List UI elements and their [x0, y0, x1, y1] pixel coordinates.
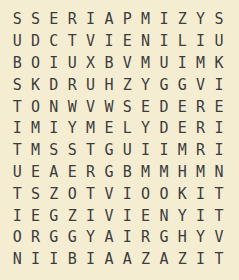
grid-cell[interactable]: I	[191, 183, 209, 205]
grid-cell[interactable]: U	[63, 53, 81, 75]
grid-cell[interactable]: U	[8, 162, 26, 184]
grid-cell[interactable]: Y	[81, 227, 99, 249]
grid-cell[interactable]: K	[210, 53, 228, 75]
grid-cell[interactable]: U	[118, 140, 136, 162]
grid-cell[interactable]: E	[118, 31, 136, 53]
grid-cell[interactable]: I	[191, 249, 209, 271]
grid-cell[interactable]: I	[45, 53, 63, 75]
grid-cell[interactable]: A	[100, 9, 118, 31]
grid-cell[interactable]: M	[191, 162, 209, 184]
grid-cell[interactable]: W	[63, 96, 81, 118]
grid-cell[interactable]: Z	[118, 74, 136, 96]
grid-cell[interactable]: V	[210, 227, 228, 249]
grid-cell[interactable]: O	[63, 183, 81, 205]
grid-cell[interactable]: Z	[173, 9, 191, 31]
grid-cell[interactable]: G	[45, 227, 63, 249]
grid-cell[interactable]: Y	[191, 227, 209, 249]
grid-cell[interactable]: I	[155, 31, 173, 53]
grid-cell[interactable]: V	[118, 53, 136, 75]
grid-cell[interactable]: M	[136, 9, 154, 31]
grid-cell[interactable]: G	[63, 227, 81, 249]
grid-cell[interactable]: R	[81, 162, 99, 184]
grid-cell[interactable]: Y	[136, 74, 154, 96]
grid-cell[interactable]: T	[8, 96, 26, 118]
grid-cell[interactable]: E	[26, 162, 44, 184]
grid-cell[interactable]: L	[118, 118, 136, 140]
grid-cell[interactable]: G	[100, 162, 118, 184]
grid-cell[interactable]: T	[210, 205, 228, 227]
grid-cell[interactable]: I	[118, 205, 136, 227]
grid-cell[interactable]: G	[173, 74, 191, 96]
grid-cell[interactable]: K	[173, 183, 191, 205]
grid-cell[interactable]: P	[118, 9, 136, 31]
grid-cell[interactable]: I	[45, 249, 63, 271]
grid-cell[interactable]: V	[100, 205, 118, 227]
grid-cell[interactable]: Y	[173, 205, 191, 227]
grid-cell[interactable]: U	[81, 74, 99, 96]
grid-cell[interactable]: O	[26, 96, 44, 118]
grid-cell[interactable]: I	[210, 74, 228, 96]
grid-cell[interactable]: V	[191, 74, 209, 96]
grid-cell[interactable]: S	[210, 9, 228, 31]
grid-cell[interactable]: N	[155, 205, 173, 227]
grid-cell[interactable]: H	[173, 162, 191, 184]
grid-cell[interactable]: T	[8, 183, 26, 205]
grid-cell[interactable]: M	[173, 140, 191, 162]
grid-cell[interactable]: R	[63, 9, 81, 31]
grid-cell[interactable]: M	[155, 162, 173, 184]
grid-cell[interactable]: M	[26, 118, 44, 140]
grid-cell[interactable]: M	[26, 140, 44, 162]
grid-cell[interactable]: R	[191, 118, 209, 140]
grid-cell[interactable]: S	[118, 96, 136, 118]
grid-cell[interactable]: N	[45, 96, 63, 118]
grid-cell[interactable]: A	[155, 249, 173, 271]
grid-cell[interactable]: C	[45, 31, 63, 53]
grid-cell[interactable]: A	[100, 249, 118, 271]
grid-cell[interactable]: Z	[136, 249, 154, 271]
grid-cell[interactable]: E	[63, 162, 81, 184]
grid-cell[interactable]: T	[63, 31, 81, 53]
grid-cell[interactable]: A	[118, 249, 136, 271]
grid-cell[interactable]: O	[8, 227, 26, 249]
grid-cell[interactable]: X	[81, 53, 99, 75]
grid-cell[interactable]: G	[155, 74, 173, 96]
grid-cell[interactable]: Y	[136, 118, 154, 140]
grid-cell[interactable]: T	[210, 183, 228, 205]
grid-cell[interactable]: S	[8, 9, 26, 31]
grid-cell[interactable]: O	[26, 53, 44, 75]
grid-cell[interactable]: T	[81, 140, 99, 162]
grid-cell[interactable]: H	[100, 74, 118, 96]
grid-cell[interactable]: D	[155, 118, 173, 140]
grid-cell[interactable]: Y	[191, 9, 209, 31]
grid-cell[interactable]: I	[173, 53, 191, 75]
grid-cell[interactable]: V	[81, 31, 99, 53]
grid-cell[interactable]: R	[26, 227, 44, 249]
grid-cell[interactable]: G	[155, 227, 173, 249]
grid-cell[interactable]: L	[173, 31, 191, 53]
grid-cell[interactable]: G	[100, 140, 118, 162]
grid-cell[interactable]: E	[210, 96, 228, 118]
grid-cell[interactable]: I	[81, 205, 99, 227]
grid-cell[interactable]: I	[191, 205, 209, 227]
grid-cell[interactable]: E	[45, 9, 63, 31]
grid-cell[interactable]: U	[210, 31, 228, 53]
grid-cell[interactable]: W	[100, 96, 118, 118]
grid-cell[interactable]: D	[26, 31, 44, 53]
grid-cell[interactable]: I	[100, 31, 118, 53]
grid-cell[interactable]: I	[210, 118, 228, 140]
grid-cell[interactable]: Z	[173, 249, 191, 271]
grid-cell[interactable]: M	[81, 118, 99, 140]
grid-cell[interactable]: G	[45, 205, 63, 227]
grid-cell[interactable]: O	[136, 183, 154, 205]
grid-cell[interactable]: S	[26, 183, 44, 205]
grid-cell[interactable]: V	[81, 96, 99, 118]
grid-cell[interactable]: M	[136, 53, 154, 75]
grid-cell[interactable]: E	[136, 96, 154, 118]
grid-cell[interactable]: E	[173, 118, 191, 140]
grid-cell[interactable]: Z	[45, 183, 63, 205]
grid-cell[interactable]: N	[8, 249, 26, 271]
grid-cell[interactable]: B	[100, 53, 118, 75]
grid-cell[interactable]: I	[45, 118, 63, 140]
grid-cell[interactable]: I	[118, 227, 136, 249]
grid-cell[interactable]: I	[81, 249, 99, 271]
grid-cell[interactable]: I	[81, 9, 99, 31]
grid-cell[interactable]: U	[155, 53, 173, 75]
grid-cell[interactable]: B	[118, 162, 136, 184]
grid-cell[interactable]: R	[63, 74, 81, 96]
grid-cell[interactable]: U	[8, 31, 26, 53]
word-search-grid: SSERIAPMIZYSUDCTVIENILIUBOIUXBVMUIMKSKDR…	[8, 9, 228, 271]
grid-cell[interactable]: D	[45, 74, 63, 96]
grid-cell[interactable]: I	[191, 31, 209, 53]
grid-cell[interactable]: I	[210, 140, 228, 162]
grid-cell[interactable]: N	[210, 162, 228, 184]
grid-cell[interactable]: M	[136, 162, 154, 184]
grid-cell[interactable]: E	[173, 96, 191, 118]
grid-cell[interactable]: R	[191, 96, 209, 118]
grid-cell[interactable]: O	[155, 183, 173, 205]
grid-cell[interactable]: I	[155, 140, 173, 162]
grid-cell[interactable]: K	[26, 74, 44, 96]
grid-cell[interactable]: E	[26, 205, 44, 227]
grid-cell[interactable]: I	[8, 118, 26, 140]
grid-cell[interactable]: I	[26, 249, 44, 271]
grid-cell[interactable]: I	[118, 183, 136, 205]
grid-cell[interactable]: S	[45, 140, 63, 162]
grid-cell[interactable]: I	[155, 9, 173, 31]
grid-cell[interactable]: S	[8, 74, 26, 96]
grid-cell[interactable]: A	[100, 227, 118, 249]
grid-cell[interactable]: E	[136, 205, 154, 227]
grid-cell[interactable]: Y	[63, 118, 81, 140]
grid-cell[interactable]: R	[136, 227, 154, 249]
grid-cell[interactable]: S	[63, 140, 81, 162]
grid-cell[interactable]: N	[136, 31, 154, 53]
grid-cell[interactable]: A	[45, 162, 63, 184]
grid-cell[interactable]: S	[26, 9, 44, 31]
grid-cell[interactable]: R	[191, 140, 209, 162]
grid-cell[interactable]: E	[100, 118, 118, 140]
grid-cell[interactable]: V	[100, 183, 118, 205]
grid-cell[interactable]: I	[8, 205, 26, 227]
grid-cell[interactable]: T	[8, 140, 26, 162]
grid-cell[interactable]: I	[136, 140, 154, 162]
grid-cell[interactable]: D	[155, 96, 173, 118]
grid-cell[interactable]: B	[8, 53, 26, 75]
grid-cell[interactable]: T	[210, 249, 228, 271]
grid-cell[interactable]: B	[63, 249, 81, 271]
grid-cell[interactable]: M	[191, 53, 209, 75]
grid-cell[interactable]: T	[81, 183, 99, 205]
grid-cell[interactable]: Z	[63, 205, 81, 227]
grid-cell[interactable]: H	[173, 227, 191, 249]
